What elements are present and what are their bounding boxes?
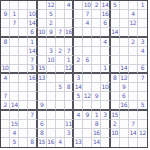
cell-r1c1-given[interactable]: 1	[10, 10, 19, 19]
cell-r12c13-empty[interactable]	[120, 111, 129, 120]
cell-r6c7-given[interactable]: 1	[65, 56, 74, 65]
cell-r8c2-empty[interactable]	[19, 74, 28, 83]
cell-r3c15-empty[interactable]	[138, 28, 147, 37]
cell-r10c0-given[interactable]: 7	[1, 92, 10, 101]
cell-r12c4-empty[interactable]	[38, 111, 47, 120]
cell-r10c13-given[interactable]: 6	[120, 92, 129, 101]
cell-r13c5-empty[interactable]	[47, 120, 56, 129]
cell-r0c6-empty[interactable]	[56, 1, 65, 10]
cell-r2c4-empty[interactable]	[38, 19, 47, 28]
cell-r15c12-empty[interactable]	[111, 138, 120, 147]
cell-r3c9-empty[interactable]	[83, 28, 92, 37]
cell-r13c15-empty[interactable]	[138, 120, 147, 129]
cell-r14c5-empty[interactable]	[47, 129, 56, 138]
cell-r2c11-given[interactable]: 6	[101, 19, 110, 28]
cell-r0c11-given[interactable]: 14	[101, 1, 110, 10]
cell-r15c2-empty[interactable]	[19, 138, 28, 147]
cell-r12c15-empty[interactable]	[138, 111, 147, 120]
cell-r0c3-empty[interactable]	[28, 1, 37, 10]
cell-r10c12-empty[interactable]	[111, 92, 120, 101]
cell-r15c4-given[interactable]: 15	[38, 138, 47, 147]
cell-r0c5-given[interactable]: 12	[47, 1, 56, 10]
cell-r10c10-given[interactable]: 9	[92, 92, 101, 101]
cell-r4c2-empty[interactable]	[19, 38, 28, 47]
cell-r7c12-empty[interactable]	[111, 65, 120, 74]
cell-r8c12-given[interactable]: 8	[111, 74, 120, 83]
cell-r15c0-empty[interactable]	[1, 138, 10, 147]
cell-r6c11-empty[interactable]	[101, 56, 110, 65]
cell-r4c7-empty[interactable]	[65, 38, 74, 47]
cell-r8c9-empty[interactable]	[83, 74, 92, 83]
cell-r15c7-empty[interactable]	[65, 138, 74, 147]
cell-r6c10-empty[interactable]	[92, 56, 101, 65]
cell-r14c8-empty[interactable]	[74, 129, 83, 138]
cell-r14c10-given[interactable]: 16	[92, 129, 101, 138]
cell-r2c7-empty[interactable]	[65, 19, 74, 28]
cell-r8c14-empty[interactable]	[129, 74, 138, 83]
cell-r0c13-empty[interactable]	[120, 1, 129, 10]
cell-r7c15-given[interactable]: 6	[138, 65, 147, 74]
cell-r10c9-given[interactable]: 12	[83, 92, 92, 101]
cell-r12c5-empty[interactable]	[47, 111, 56, 120]
cell-r5c15-given[interactable]: 4	[138, 47, 147, 56]
cell-r11c2-empty[interactable]	[19, 101, 28, 110]
cell-r10c3-empty[interactable]	[28, 92, 37, 101]
cell-r1c15-empty[interactable]	[138, 10, 147, 19]
cell-r13c6-empty[interactable]	[56, 120, 65, 129]
cell-r10c1-empty[interactable]	[10, 92, 19, 101]
cell-r3c8-empty[interactable]	[74, 28, 83, 37]
cell-r8c1-empty[interactable]	[10, 74, 19, 83]
cell-r11c13-given[interactable]: 16	[120, 101, 129, 110]
cell-r10c4-empty[interactable]	[38, 92, 47, 101]
cell-r5c1-empty[interactable]	[10, 47, 19, 56]
cell-r3c10-empty[interactable]	[92, 28, 101, 37]
cell-r2c6-empty[interactable]	[56, 19, 65, 28]
cell-r0c10-given[interactable]: 2	[92, 1, 101, 10]
cell-r11c15-given[interactable]: 5	[138, 101, 147, 110]
cell-r3c3-given[interactable]: 6	[28, 28, 37, 37]
cell-r6c3-given[interactable]: 7	[28, 56, 37, 65]
cell-r15c15-empty[interactable]	[138, 138, 147, 147]
cell-r4c3-given[interactable]: 1	[28, 38, 37, 47]
cell-r14c11-empty[interactable]	[101, 129, 110, 138]
cell-r5c12-empty[interactable]	[111, 47, 120, 56]
cell-r6c0-empty[interactable]	[1, 56, 10, 65]
cell-r14c3-empty[interactable]	[28, 129, 37, 138]
cell-r9c8-given[interactable]: 14	[74, 83, 83, 92]
cell-r3c2-empty[interactable]	[19, 28, 28, 37]
cell-r2c12-empty[interactable]	[111, 19, 120, 28]
cell-r9c9-empty[interactable]	[83, 83, 92, 92]
cell-r14c2-empty[interactable]	[19, 129, 28, 138]
cell-r0c1-empty[interactable]	[10, 1, 19, 10]
cell-r8c8-given[interactable]: 3	[74, 74, 83, 83]
cell-r7c4-given[interactable]: 15	[38, 65, 47, 74]
cell-r12c6-empty[interactable]	[56, 111, 65, 120]
cell-r5c7-given[interactable]: 7	[65, 47, 74, 56]
cell-r1c10-empty[interactable]	[92, 10, 101, 19]
cell-r13c9-empty[interactable]	[83, 120, 92, 129]
cell-r15c3-given[interactable]: 8	[28, 138, 37, 147]
cell-r6c5-given[interactable]: 10	[47, 56, 56, 65]
cell-r15c6-given[interactable]: 4	[56, 138, 65, 147]
cell-r0c4-empty[interactable]	[38, 1, 47, 10]
cell-r0c14-empty[interactable]	[129, 1, 138, 10]
cell-r11c7-empty[interactable]	[65, 101, 74, 110]
cell-r7c2-empty[interactable]	[19, 65, 28, 74]
cell-r3c11-empty[interactable]	[101, 28, 110, 37]
cell-r14c15-given[interactable]: 12	[138, 129, 147, 138]
cell-r8c0-given[interactable]: 4	[1, 74, 10, 83]
cell-r4c6-empty[interactable]	[56, 38, 65, 47]
cell-r8c5-empty[interactable]	[47, 74, 56, 83]
cell-r10c5-empty[interactable]	[47, 92, 56, 101]
cell-r13c7-given[interactable]: 11	[65, 120, 74, 129]
cell-r10c7-empty[interactable]	[65, 92, 74, 101]
cell-r5c11-empty[interactable]	[101, 47, 110, 56]
cell-r6c4-empty[interactable]	[38, 56, 47, 65]
cell-r0c9-given[interactable]: 10	[83, 1, 92, 10]
cell-r4c0-given[interactable]: 8	[1, 38, 10, 47]
cell-r6c6-empty[interactable]	[56, 56, 65, 65]
cell-r12c1-empty[interactable]	[10, 111, 19, 120]
cell-r9c1-empty[interactable]	[10, 83, 19, 92]
cell-r14c6-empty[interactable]	[56, 129, 65, 138]
cell-r11c11-empty[interactable]	[101, 101, 110, 110]
cell-r5c3-given[interactable]: 14	[28, 47, 37, 56]
cell-r7c13-given[interactable]: 14	[120, 65, 129, 74]
cell-r13c13-empty[interactable]	[120, 120, 129, 129]
cell-r9c10-empty[interactable]	[92, 83, 101, 92]
cell-r14c12-given[interactable]: 10	[111, 129, 120, 138]
cell-r7c1-empty[interactable]	[10, 65, 19, 74]
cell-r9c4-empty[interactable]	[38, 83, 47, 92]
cell-r6c12-empty[interactable]	[111, 56, 120, 65]
cell-r4c10-empty[interactable]	[92, 38, 101, 47]
cell-r5c5-given[interactable]: 3	[47, 47, 56, 56]
cell-r6c8-given[interactable]: 2	[74, 56, 83, 65]
cell-r7c3-given[interactable]: 3	[28, 65, 37, 74]
cell-r13c1-given[interactable]: 15	[10, 120, 19, 129]
cell-r2c3-given[interactable]: 14	[28, 19, 37, 28]
cell-r1c12-empty[interactable]	[111, 10, 120, 19]
cell-r9c0-empty[interactable]	[1, 83, 10, 92]
cell-r12c8-given[interactable]: 4	[74, 111, 83, 120]
cell-r5c10-empty[interactable]	[92, 47, 101, 56]
cell-r2c1-given[interactable]: 7	[10, 19, 19, 28]
cell-r14c4-given[interactable]: 8	[38, 129, 47, 138]
cell-r9c14-empty[interactable]	[129, 83, 138, 92]
cell-r5c8-empty[interactable]	[74, 47, 83, 56]
cell-r5c6-given[interactable]: 2	[56, 47, 65, 56]
cell-r2c0-empty[interactable]	[1, 19, 10, 28]
cell-r11c10-empty[interactable]	[92, 101, 101, 110]
cell-r1c0-given[interactable]: 9	[1, 10, 10, 19]
cell-r4c8-empty[interactable]	[74, 38, 83, 47]
cell-r9c6-given[interactable]: 5	[56, 83, 65, 92]
cell-r12c10-given[interactable]: 1	[92, 111, 101, 120]
cell-r11c12-empty[interactable]	[111, 101, 120, 110]
cell-r7c10-empty[interactable]	[92, 65, 101, 74]
cell-r7c7-given[interactable]: 12	[65, 65, 74, 74]
cell-r1c13-empty[interactable]	[120, 10, 129, 19]
cell-r11c4-given[interactable]: 9	[38, 101, 47, 110]
cell-r14c14-given[interactable]: 14	[129, 129, 138, 138]
cell-r9c12-empty[interactable]	[111, 83, 120, 92]
cell-r11c5-empty[interactable]	[47, 101, 56, 110]
cell-r10c11-empty[interactable]	[101, 92, 110, 101]
cell-r15c13-empty[interactable]	[120, 138, 129, 147]
cell-r1c7-empty[interactable]	[65, 10, 74, 19]
cell-r11c0-given[interactable]: 2	[1, 101, 10, 110]
cell-r13c12-given[interactable]: 2	[111, 120, 120, 129]
cell-r9c11-given[interactable]: 10	[101, 83, 110, 92]
cell-r4c11-given[interactable]: 4	[101, 38, 110, 47]
cell-r5c13-empty[interactable]	[120, 47, 129, 56]
cell-r4c15-given[interactable]: 3	[138, 38, 147, 47]
cell-r0c8-empty[interactable]	[74, 1, 83, 10]
cell-r8c4-given[interactable]: 13	[38, 74, 47, 83]
cell-r1c9-given[interactable]: 7	[83, 10, 92, 19]
cell-r9c7-given[interactable]: 8	[65, 83, 74, 92]
cell-r1c5-given[interactable]: 5	[47, 10, 56, 19]
cell-r14c1-given[interactable]: 4	[10, 129, 19, 138]
cell-r7c14-empty[interactable]	[129, 65, 138, 74]
cell-r4c5-empty[interactable]	[47, 38, 56, 47]
cell-r1c11-given[interactable]: 16	[101, 10, 110, 19]
cell-r15c5-given[interactable]: 16	[47, 138, 56, 147]
cell-r10c2-empty[interactable]	[19, 92, 28, 101]
cell-r1c3-given[interactable]: 10	[28, 10, 37, 19]
cell-r1c8-empty[interactable]	[74, 10, 83, 19]
cell-r14c9-empty[interactable]	[83, 129, 92, 138]
cell-r9c15-empty[interactable]	[138, 83, 147, 92]
cell-r1c2-empty[interactable]	[19, 10, 28, 19]
cell-r8c6-empty[interactable]	[56, 74, 65, 83]
cell-r12c0-empty[interactable]	[1, 111, 10, 120]
cell-r8c3-given[interactable]: 16	[28, 74, 37, 83]
cell-r3c5-given[interactable]: 9	[47, 28, 56, 37]
cell-r12c7-empty[interactable]	[65, 111, 74, 120]
cell-r8c11-empty[interactable]	[101, 74, 110, 83]
cell-r12c9-given[interactable]: 9	[83, 111, 92, 120]
cell-r8c7-empty[interactable]	[65, 74, 74, 83]
cell-r11c9-empty[interactable]	[83, 101, 92, 110]
cell-r2c15-empty[interactable]	[138, 19, 147, 28]
cell-r10c8-given[interactable]: 5	[74, 92, 83, 101]
cell-r7c11-given[interactable]: 1	[101, 65, 110, 74]
cell-r7c9-empty[interactable]	[83, 65, 92, 74]
cell-r7c0-given[interactable]: 10	[1, 65, 10, 74]
cell-r6c9-given[interactable]: 6	[83, 56, 92, 65]
cell-r5c0-empty[interactable]	[1, 47, 10, 56]
cell-r13c11-empty[interactable]	[101, 120, 110, 129]
cell-r0c15-given[interactable]: 1	[138, 1, 147, 10]
cell-r1c14-given[interactable]: 4	[129, 10, 138, 19]
cell-r13c3-empty[interactable]	[28, 120, 37, 129]
cell-r11c8-empty[interactable]	[74, 101, 83, 110]
cell-r4c1-empty[interactable]	[10, 38, 19, 47]
cell-r2c14-given[interactable]: 12	[129, 19, 138, 28]
cell-r15c9-empty[interactable]	[83, 138, 92, 147]
cell-r3c4-given[interactable]: 10	[38, 28, 47, 37]
cell-r6c13-empty[interactable]	[120, 56, 129, 65]
cell-r12c2-empty[interactable]	[19, 111, 28, 120]
cell-r3c13-empty[interactable]	[120, 28, 129, 37]
cell-r1c4-empty[interactable]	[38, 10, 47, 19]
cell-r12c12-given[interactable]: 15	[111, 111, 120, 120]
cell-r7c8-empty[interactable]	[74, 65, 83, 74]
cell-r6c14-empty[interactable]	[129, 56, 138, 65]
cell-r5c14-empty[interactable]	[129, 47, 138, 56]
cell-r3c12-given[interactable]: 14	[111, 28, 120, 37]
cell-r5c4-empty[interactable]	[38, 47, 47, 56]
cell-r1c6-empty[interactable]	[56, 10, 65, 19]
cell-r9c2-empty[interactable]	[19, 83, 28, 92]
cell-r2c13-empty[interactable]	[120, 19, 129, 28]
cell-r8c13-given[interactable]: 12	[120, 74, 129, 83]
cell-r13c8-empty[interactable]	[74, 120, 83, 129]
cell-r11c3-empty[interactable]	[28, 101, 37, 110]
sudoku-board: 1241021451911057164714246126109716148142…	[0, 0, 148, 148]
cell-r6c1-empty[interactable]	[10, 56, 19, 65]
cell-r15c14-empty[interactable]	[129, 138, 138, 147]
cell-r3c0-empty[interactable]	[1, 28, 10, 37]
cell-r2c10-empty[interactable]	[92, 19, 101, 28]
cell-r8c10-empty[interactable]	[92, 74, 101, 83]
cell-r5c2-empty[interactable]	[19, 47, 28, 56]
cell-r12c3-given[interactable]: 7	[28, 111, 37, 120]
cell-r2c2-empty[interactable]	[19, 19, 28, 28]
cell-r14c0-empty[interactable]	[1, 129, 10, 138]
cell-r2c9-given[interactable]: 4	[83, 19, 92, 28]
cell-r10c14-empty[interactable]	[129, 92, 138, 101]
cell-r8c15-given[interactable]: 7	[138, 74, 147, 83]
cell-r3c1-empty[interactable]	[10, 28, 19, 37]
cell-r15c11-empty[interactable]	[101, 138, 110, 147]
cell-r0c2-empty[interactable]	[19, 1, 28, 10]
cell-r14c13-empty[interactable]	[120, 129, 129, 138]
cell-r2c8-empty[interactable]	[74, 19, 83, 28]
cell-r12c14-empty[interactable]	[129, 111, 138, 120]
cell-r10c6-empty[interactable]	[56, 92, 65, 101]
cell-r13c10-given[interactable]: 8	[92, 120, 101, 129]
cell-r9c5-empty[interactable]	[47, 83, 56, 92]
cell-r15c10-given[interactable]: 14	[92, 138, 101, 147]
cell-r3c14-empty[interactable]	[129, 28, 138, 37]
cell-r11c1-given[interactable]: 14	[10, 101, 19, 110]
cell-r6c15-empty[interactable]	[138, 56, 147, 65]
cell-r9c13-given[interactable]: 9	[120, 83, 129, 92]
cell-r15c8-given[interactable]: 13	[74, 138, 83, 147]
cell-r3c6-given[interactable]: 7	[56, 28, 65, 37]
cell-r4c14-given[interactable]: 2	[129, 38, 138, 47]
cell-r4c12-empty[interactable]	[111, 38, 120, 47]
cell-r0c7-given[interactable]: 4	[65, 1, 74, 10]
cell-r5c9-empty[interactable]	[83, 47, 92, 56]
sudoku-page: 1241021451911057164714246126109716148142…	[0, 0, 150, 150]
cell-r4c13-empty[interactable]	[120, 38, 129, 47]
cell-r10c15-empty[interactable]	[138, 92, 147, 101]
cell-r4c9-empty[interactable]	[83, 38, 92, 47]
cell-r11c6-empty[interactable]	[56, 101, 65, 110]
cell-r2c5-given[interactable]: 2	[47, 19, 56, 28]
cell-r0c0-empty[interactable]	[1, 1, 10, 10]
cell-r7c6-empty[interactable]	[56, 65, 65, 74]
cell-r4c4-empty[interactable]	[38, 38, 47, 47]
cell-r3c7-given[interactable]: 16	[65, 28, 74, 37]
cell-r11c14-empty[interactable]	[129, 101, 138, 110]
cell-r14c7-given[interactable]: 3	[65, 129, 74, 138]
cell-r13c0-empty[interactable]	[1, 120, 10, 129]
cell-r13c4-given[interactable]: 6	[38, 120, 47, 129]
cell-r0c12-given[interactable]: 5	[111, 1, 120, 10]
cell-r12c11-given[interactable]: 3	[101, 111, 110, 120]
cell-r7c5-empty[interactable]	[47, 65, 56, 74]
cell-r13c2-empty[interactable]	[19, 120, 28, 129]
cell-r13c14-given[interactable]: 7	[129, 120, 138, 129]
cell-r15c1-given[interactable]: 5	[10, 138, 19, 147]
cell-r6c2-empty[interactable]	[19, 56, 28, 65]
cell-r9c3-empty[interactable]	[28, 83, 37, 92]
